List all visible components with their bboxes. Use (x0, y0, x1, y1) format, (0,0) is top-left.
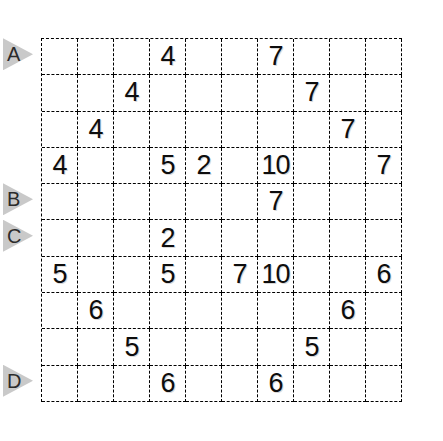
cell-r8c3[interactable] (114, 293, 150, 329)
cell-r3c6[interactable] (222, 112, 258, 148)
puzzle-canvas: 47474745210772557106665566 ABCD (0, 0, 443, 441)
cell-r1c4[interactable]: 4 (150, 39, 186, 75)
cell-r1c2[interactable] (78, 39, 114, 75)
cell-r2c9[interactable] (330, 75, 366, 111)
cell-r9c7[interactable] (258, 329, 294, 365)
cell-r3c5[interactable] (186, 112, 222, 148)
cell-r4c10[interactable]: 7 (366, 148, 402, 184)
cell-r10c6[interactable] (222, 366, 258, 402)
cell-r9c6[interactable] (222, 329, 258, 365)
cell-r2c5[interactable] (186, 75, 222, 111)
cell-r7c9[interactable] (330, 257, 366, 293)
row-marker-label: D (7, 370, 21, 390)
cell-r4c1[interactable]: 4 (42, 148, 78, 184)
cell-r5c5[interactable] (186, 184, 222, 220)
fillomino-board: 47474745210772557106665566 (41, 38, 402, 402)
cell-r5c1[interactable] (42, 184, 78, 220)
cell-r3c8[interactable] (294, 112, 330, 148)
cell-r4c2[interactable] (78, 148, 114, 184)
cell-r10c3[interactable] (114, 366, 150, 402)
cell-r7c5[interactable] (186, 257, 222, 293)
cell-r1c8[interactable] (294, 39, 330, 75)
cell-r6c6[interactable] (222, 220, 258, 256)
row-marker-label: B (7, 189, 20, 209)
cell-r8c2[interactable]: 6 (78, 293, 114, 329)
cell-r4c9[interactable] (330, 148, 366, 184)
cell-r3c3[interactable] (114, 112, 150, 148)
cell-r4c8[interactable] (294, 148, 330, 184)
cell-r9c10[interactable] (366, 329, 402, 365)
cell-r2c2[interactable] (78, 75, 114, 111)
cell-r7c8[interactable] (294, 257, 330, 293)
cell-r5c10[interactable] (366, 184, 402, 220)
cell-r9c8[interactable]: 5 (294, 329, 330, 365)
cell-r7c4[interactable]: 5 (150, 257, 186, 293)
cell-r8c10[interactable] (366, 293, 402, 329)
cell-r5c7[interactable]: 7 (258, 184, 294, 220)
cell-r1c10[interactable] (366, 39, 402, 75)
cell-r9c5[interactable] (186, 329, 222, 365)
cell-r2c8[interactable]: 7 (294, 75, 330, 111)
cell-r5c9[interactable] (330, 184, 366, 220)
cell-r9c3[interactable]: 5 (114, 329, 150, 365)
cell-r7c7[interactable]: 10 (258, 257, 294, 293)
cell-r10c1[interactable] (42, 366, 78, 402)
cell-r5c4[interactable] (150, 184, 186, 220)
cell-r4c4[interactable]: 5 (150, 148, 186, 184)
cell-r6c4[interactable]: 2 (150, 220, 186, 256)
cell-r10c9[interactable] (330, 366, 366, 402)
cell-r3c9[interactable]: 7 (330, 112, 366, 148)
cell-r7c2[interactable] (78, 257, 114, 293)
cell-r2c3[interactable]: 4 (114, 75, 150, 111)
cell-r8c5[interactable] (186, 293, 222, 329)
cell-r9c4[interactable] (150, 329, 186, 365)
cell-r1c7[interactable]: 7 (258, 39, 294, 75)
cell-r9c1[interactable] (42, 329, 78, 365)
cell-r3c4[interactable] (150, 112, 186, 148)
cell-r1c9[interactable] (330, 39, 366, 75)
cell-r6c7[interactable] (258, 220, 294, 256)
cell-r6c3[interactable] (114, 220, 150, 256)
cell-r10c7[interactable]: 6 (258, 366, 294, 402)
cell-r8c8[interactable] (294, 293, 330, 329)
cell-r7c3[interactable] (114, 257, 150, 293)
cell-r4c5[interactable]: 2 (186, 148, 222, 184)
cell-r8c7[interactable] (258, 293, 294, 329)
cell-r10c8[interactable] (294, 366, 330, 402)
cell-r1c3[interactable] (114, 39, 150, 75)
cell-r1c1[interactable] (42, 39, 78, 75)
row-marker-C: C (3, 220, 33, 252)
cell-r2c4[interactable] (150, 75, 186, 111)
cell-r6c2[interactable] (78, 220, 114, 256)
cell-r1c5[interactable] (186, 39, 222, 75)
cell-r10c10[interactable] (366, 366, 402, 402)
cell-r5c6[interactable] (222, 184, 258, 220)
cell-r7c1[interactable]: 5 (42, 257, 78, 293)
cell-r5c2[interactable] (78, 184, 114, 220)
row-marker-B: B (3, 183, 33, 215)
cell-r4c3[interactable] (114, 148, 150, 184)
cell-r6c1[interactable] (42, 220, 78, 256)
cell-r2c6[interactable] (222, 75, 258, 111)
cell-r5c8[interactable] (294, 184, 330, 220)
cell-r8c9[interactable]: 6 (330, 293, 366, 329)
cell-r6c5[interactable] (186, 220, 222, 256)
cell-r8c6[interactable] (222, 293, 258, 329)
cell-r5c3[interactable] (114, 184, 150, 220)
cell-r3c1[interactable] (42, 112, 78, 148)
cell-r10c5[interactable] (186, 366, 222, 402)
cell-r6c9[interactable] (330, 220, 366, 256)
cell-r2c10[interactable] (366, 75, 402, 111)
cell-r8c1[interactable] (42, 293, 78, 329)
cell-r4c6[interactable] (222, 148, 258, 184)
cell-r7c10[interactable]: 6 (366, 257, 402, 293)
cell-r3c2[interactable]: 4 (78, 112, 114, 148)
row-marker-A: A (3, 38, 33, 70)
cell-r3c10[interactable] (366, 112, 402, 148)
cell-r1c6[interactable] (222, 39, 258, 75)
row-marker-label: C (7, 225, 21, 245)
row-marker-D: D (3, 365, 33, 397)
cell-r9c2[interactable] (78, 329, 114, 365)
cell-r2c1[interactable] (42, 75, 78, 111)
cell-r4c7[interactable]: 10 (258, 148, 294, 184)
cell-r9c9[interactable] (330, 329, 366, 365)
cell-r6c8[interactable] (294, 220, 330, 256)
cell-r10c2[interactable] (78, 366, 114, 402)
row-marker-label: A (7, 44, 20, 64)
cell-r3c7[interactable] (258, 112, 294, 148)
cell-r8c4[interactable] (150, 293, 186, 329)
cell-r6c10[interactable] (366, 220, 402, 256)
cell-r10c4[interactable]: 6 (150, 366, 186, 402)
cell-r7c6[interactable]: 7 (222, 257, 258, 293)
cell-r2c7[interactable] (258, 75, 294, 111)
